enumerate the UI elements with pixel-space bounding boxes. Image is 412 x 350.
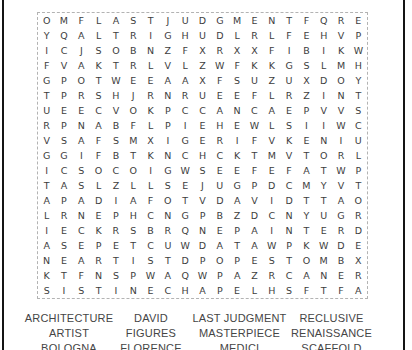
grid-cell-r10c3: I (73, 148, 90, 163)
grid-cell-r10c8: N (159, 148, 176, 163)
grid-cell-r4c3: A (73, 58, 90, 73)
grid-cell-r5c18: O (332, 73, 349, 88)
grid-cell-r4c14: K (263, 58, 280, 73)
grid-cell-r14c5: P (107, 208, 124, 223)
page-edge-line-right (403, 0, 405, 350)
grid-cell-r6c5: H (107, 88, 124, 103)
grid-cell-r3c15: I (280, 43, 297, 58)
grid-cell-r13c4: D (90, 193, 107, 208)
grid-cell-r17c13: E (246, 253, 263, 268)
grid-cell-r14c3: N (73, 208, 90, 223)
grid-cell-r3c4: S (90, 43, 107, 58)
grid-cell-r14c12: Z (228, 208, 245, 223)
grid-cell-r13c9: T (177, 193, 194, 208)
grid-cell-r13c5: I (107, 193, 124, 208)
grid-cell-r1c17: Q (315, 13, 332, 28)
grid-cell-r10c13: T (246, 148, 263, 163)
grid-cell-r7c18: V (332, 103, 349, 118)
grid-cell-r10c12: K (228, 148, 245, 163)
grid-cell-r1c3: F (73, 13, 90, 28)
grid-cell-r4c18: M (332, 58, 349, 73)
grid-cell-r8c14: L (263, 118, 280, 133)
grid-cell-r4c10: Z (194, 58, 211, 73)
grid-cell-r19c9: H (177, 283, 194, 298)
grid-cell-r11c17: T (315, 163, 332, 178)
word-medici: MEDICI (220, 341, 260, 350)
grid-cell-r12c4: L (90, 178, 107, 193)
grid-cell-r7c9: C (177, 103, 194, 118)
grid-cell-r12c3: S (73, 178, 90, 193)
grid-cell-r18c12: A (228, 268, 245, 283)
grid-cell-r8c8: P (159, 118, 176, 133)
grid-cell-r12c5: Z (107, 178, 124, 193)
grid-cell-r15c9: Q (177, 223, 194, 238)
grid-cell-r7c10: C (194, 103, 211, 118)
grid-cell-r5c17: D (315, 73, 332, 88)
grid-cell-r19c12: E (228, 283, 245, 298)
word-last-judgment: LAST JUDGMENT (192, 311, 286, 326)
word-david: DAVID (134, 311, 168, 326)
grid-cell-r14c8: N (159, 208, 176, 223)
grid-cell-r12c17: Y (315, 178, 332, 193)
grid-cell-r18c5: S (107, 268, 124, 283)
grid-cell-r8c10: E (194, 118, 211, 133)
grid-cell-r3c11: R (211, 43, 228, 58)
grid-cell-r16c18: D (332, 238, 349, 253)
grid-cell-r15c6: S (125, 223, 142, 238)
grid-cell-r1c14: N (263, 13, 280, 28)
grid-cell-r8c16: I (298, 118, 315, 133)
grid-cell-r7c5: V (107, 103, 124, 118)
grid-cell-r15c14: I (263, 223, 280, 238)
grid-cell-r7c8: P (159, 103, 176, 118)
word-masterpiece: MASTERPIECE (199, 326, 280, 341)
grid-cell-r18c16: A (298, 268, 315, 283)
grid-cell-r4c2: V (55, 58, 72, 73)
grid-cell-r2c2: Q (55, 28, 72, 43)
grid-cell-r12c18: V (332, 178, 349, 193)
grid-cell-r18c2: T (55, 268, 72, 283)
grid-cell-r15c10: N (194, 223, 211, 238)
grid-cell-r9c17: N (315, 133, 332, 148)
grid-cell-r16c16: K (298, 238, 315, 253)
grid-cell-r19c6: N (125, 283, 142, 298)
grid-cell-r4c6: R (125, 58, 142, 73)
grid-cell-r12c7: L (142, 178, 159, 193)
grid-cell-r16c8: U (159, 238, 176, 253)
grid-cell-r10c19: L (350, 148, 367, 163)
grid-cell-r1c7: T (142, 13, 159, 28)
grid-cell-r2c14: L (263, 28, 280, 43)
grid-cell-r14c6: H (125, 208, 142, 223)
word-list-column-2: DAVIDFIGURESFLORENCE (110, 311, 192, 350)
grid-cell-r4c15: G (280, 58, 297, 73)
grid-cell-r10c17: O (315, 148, 332, 163)
grid-cell-r18c9: Q (177, 268, 194, 283)
grid-cell-r17c14: S (263, 253, 280, 268)
grid-cell-r19c15: S (280, 283, 297, 298)
grid-cell-r13c16: T (298, 193, 315, 208)
grid-cell-r8c2: P (55, 118, 72, 133)
grid-cell-r11c16: A (298, 163, 315, 178)
grid-cell-r14c10: P (194, 208, 211, 223)
grid-cell-r16c3: E (73, 238, 90, 253)
grid-cell-r18c3: F (73, 268, 90, 283)
grid-cell-r6c2: P (55, 88, 72, 103)
grid-cell-r19c17: T (315, 283, 332, 298)
grid-cell-r6c14: L (263, 88, 280, 103)
grid-cell-r11c1: I (38, 163, 55, 178)
grid-cell-r18c7: W (142, 268, 159, 283)
grid-cell-r9c18: I (332, 133, 349, 148)
grid-cell-r3c8: Z (159, 43, 176, 58)
grid-cell-r16c6: T (125, 238, 142, 253)
grid-cell-r19c13: L (246, 283, 263, 298)
grid-cell-r16c13: A (246, 238, 263, 253)
grid-cell-r1c1: O (38, 13, 55, 28)
grid-cell-r17c11: O (211, 253, 228, 268)
grid-cell-r6c10: U (194, 88, 211, 103)
grid-cell-r9c3: A (73, 133, 90, 148)
grid-cell-r8c7: L (142, 118, 159, 133)
grid-cell-r12c2: A (55, 178, 72, 193)
grid-cell-r11c14: E (263, 163, 280, 178)
grid-cell-r5c1: G (38, 73, 55, 88)
grid-cell-r1c5: A (107, 13, 124, 28)
grid-cell-r9c4: F (90, 133, 107, 148)
grid-cell-r16c15: P (280, 238, 297, 253)
grid-cell-r15c18: R (332, 223, 349, 238)
grid-cell-r17c15: T (280, 253, 297, 268)
grid-cell-r10c15: V (280, 148, 297, 163)
grid-cell-r9c10: E (194, 133, 211, 148)
grid-cell-r18c14: R (263, 268, 280, 283)
grid-cell-r7c14: A (263, 103, 280, 118)
grid-cell-r4c19: H (350, 58, 367, 73)
grid-cell-r19c16: F (298, 283, 315, 298)
grid-cell-r11c3: S (73, 163, 90, 178)
grid-cell-r3c12: X (228, 43, 245, 58)
grid-cell-r8c18: W (332, 118, 349, 133)
grid-cell-r9c15: K (280, 133, 297, 148)
grid-cell-r19c7: E (142, 283, 159, 298)
grid-cell-r5c3: O (73, 73, 90, 88)
grid-cell-r17c12: P (228, 253, 245, 268)
grid-cell-r3c6: B (125, 43, 142, 58)
grid-cell-r8c1: R (38, 118, 55, 133)
grid-cell-r17c17: M (315, 253, 332, 268)
word-search-grid: OMFLASTJUDGMENTFQREYQALTRIGHUDLRLFEHVPIC… (37, 12, 368, 299)
grid-cell-r12c15: C (280, 178, 297, 193)
grid-cell-r13c3: A (73, 193, 90, 208)
grid-cell-r11c7: I (142, 163, 159, 178)
grid-cell-r11c5: C (107, 163, 124, 178)
grid-cell-r2c12: L (228, 28, 245, 43)
grid-cell-r1c10: D (194, 13, 211, 28)
grid-cell-r14c14: C (263, 208, 280, 223)
grid-cell-r18c6: P (125, 268, 142, 283)
word-artist: ARTIST (49, 326, 89, 341)
grid-cell-r16c4: P (90, 238, 107, 253)
grid-cell-r5c7: E (142, 73, 159, 88)
grid-cell-r12c6: L (125, 178, 142, 193)
grid-cell-r11c19: P (350, 163, 367, 178)
grid-cell-r8c4: A (90, 118, 107, 133)
grid-cell-r6c4: S (90, 88, 107, 103)
grid-cell-r12c1: T (38, 178, 55, 193)
grid-cell-r11c11: E (211, 163, 228, 178)
grid-cell-r16c2: S (55, 238, 72, 253)
grid-cell-r8c3: N (73, 118, 90, 133)
grid-cell-r2c17: H (315, 28, 332, 43)
grid-cell-r10c1: G (38, 148, 55, 163)
grid-cell-r17c4: R (90, 253, 107, 268)
grid-cell-r8c5: B (107, 118, 124, 133)
grid-cell-r19c4: T (90, 283, 107, 298)
grid-cell-r19c18: F (332, 283, 349, 298)
grid-cell-r19c10: A (194, 283, 211, 298)
grid-cell-r5c6: E (125, 73, 142, 88)
grid-cell-r14c7: C (142, 208, 159, 223)
grid-cell-r13c6: A (125, 193, 142, 208)
grid-cell-r17c10: P (194, 253, 211, 268)
grid-cell-r9c14: V (263, 133, 280, 148)
grid-cell-r8c12: E (228, 118, 245, 133)
grid-cell-r3c19: W (350, 43, 367, 58)
grid-cell-r9c7: X (142, 133, 159, 148)
word-bologna: BOLOGNA (41, 341, 97, 350)
grid-cell-r2c5: T (107, 28, 124, 43)
grid-cell-r3c17: I (315, 43, 332, 58)
grid-cell-r8c9: I (177, 118, 194, 133)
word-florence: FLORENCE (120, 341, 182, 350)
grid-cell-r9c5: S (107, 133, 124, 148)
grid-cell-r6c16: Z (298, 88, 315, 103)
grid-cell-r15c5: R (107, 223, 124, 238)
grid-cell-r7c17: V (315, 103, 332, 118)
grid-cell-r15c7: B (142, 223, 159, 238)
grid-cell-r16c7: C (142, 238, 159, 253)
grid-cell-r6c15: R (280, 88, 297, 103)
word-architecture: ARCHITECTURE (25, 311, 114, 326)
grid-cell-r1c12: M (228, 13, 245, 28)
grid-cell-r2c15: F (280, 28, 297, 43)
grid-cell-r17c3: A (73, 253, 90, 268)
grid-cell-r13c17: T (315, 193, 332, 208)
grid-cell-r3c10: X (194, 43, 211, 58)
grid-cell-r13c18: A (332, 193, 349, 208)
grid-cell-r11c12: E (228, 163, 245, 178)
grid-cell-r4c7: L (142, 58, 159, 73)
grid-cell-r8c17: I (315, 118, 332, 133)
grid-cell-r3c9: F (177, 43, 194, 58)
grid-cell-r12c11: U (211, 178, 228, 193)
grid-cell-r17c5: T (107, 253, 124, 268)
grid-cell-r17c9: D (177, 253, 194, 268)
grid-cell-r15c15: N (280, 223, 297, 238)
grid-cell-r10c7: K (142, 148, 159, 163)
grid-cell-r6c3: R (73, 88, 90, 103)
grid-cell-r13c13: V (246, 193, 263, 208)
grid-cell-r7c13: C (246, 103, 263, 118)
grid-cell-r18c8: A (159, 268, 176, 283)
grid-cell-r19c2: I (55, 283, 72, 298)
grid-cell-r18c17: N (315, 268, 332, 283)
grid-cell-r17c7: S (142, 253, 159, 268)
grid-cell-r5c4: T (90, 73, 107, 88)
grid-cell-r8c13: W (246, 118, 263, 133)
grid-cell-r3c18: K (332, 43, 349, 58)
grid-cell-r10c10: H (194, 148, 211, 163)
grid-cell-r2c7: I (142, 28, 159, 43)
grid-cell-r1c19: E (350, 13, 367, 28)
grid-cell-r4c4: K (90, 58, 107, 73)
word-renaissance: RENAISSANCE (291, 326, 372, 341)
grid-cell-r18c10: W (194, 268, 211, 283)
grid-cell-r5c12: S (228, 73, 245, 88)
grid-cell-r4c9: L (177, 58, 194, 73)
grid-cell-r10c18: R (332, 148, 349, 163)
grid-cell-r17c2: E (55, 253, 72, 268)
grid-cell-r5c10: X (194, 73, 211, 88)
grid-cell-r15c3: C (73, 223, 90, 238)
grid-cell-r3c16: B (298, 43, 315, 58)
grid-cell-r10c2: G (55, 148, 72, 163)
grid-cell-r6c7: R (142, 88, 159, 103)
grid-cell-r10c9: C (177, 148, 194, 163)
grid-cell-r11c9: W (177, 163, 194, 178)
grid-cell-r15c8: R (159, 223, 176, 238)
grid-cell-r7c3: E (73, 103, 90, 118)
grid-cell-r6c18: N (332, 88, 349, 103)
grid-cell-r9c8: I (159, 133, 176, 148)
grid-cell-r16c1: A (38, 238, 55, 253)
grid-cell-r6c6: J (125, 88, 142, 103)
grid-cell-r5c16: X (298, 73, 315, 88)
grid-cell-r6c11: E (211, 88, 228, 103)
grid-cell-r14c1: L (38, 208, 55, 223)
grid-cell-r14c2: R (55, 208, 72, 223)
grid-cell-r14c11: B (211, 208, 228, 223)
word-scaffold: SCAFFOLD (301, 341, 361, 350)
grid-cell-r8c11: H (211, 118, 228, 133)
grid-cell-r11c8: G (159, 163, 176, 178)
grid-cell-r2c8: G (159, 28, 176, 43)
grid-cell-r5c19: Y (350, 73, 367, 88)
grid-cell-r4c12: F (228, 58, 245, 73)
grid-cell-r17c6: I (125, 253, 142, 268)
grid-cell-r9c6: M (125, 133, 142, 148)
grid-cell-r12c19: T (350, 178, 367, 193)
grid-cell-r2c13: R (246, 28, 263, 43)
grid-cell-r1c15: T (280, 13, 297, 28)
grid-cell-r15c17: E (315, 223, 332, 238)
grid-cell-r9c16: E (298, 133, 315, 148)
grid-cell-r18c19: R (350, 268, 367, 283)
grid-cell-r9c9: G (177, 133, 194, 148)
grid-cell-r9c12: I (228, 133, 245, 148)
grid-cell-r11c15: F (280, 163, 297, 178)
grid-cell-r1c6: S (125, 13, 142, 28)
grid-cell-r4c17: L (315, 58, 332, 73)
grid-cell-r1c8: J (159, 13, 176, 28)
grid-cell-r7c12: N (228, 103, 245, 118)
grid-cell-r11c18: W (332, 163, 349, 178)
grid-cell-r7c4: C (90, 103, 107, 118)
grid-cell-r6c1: T (38, 88, 55, 103)
grid-cell-r16c5: E (107, 238, 124, 253)
grid-cell-r2c1: Y (38, 28, 55, 43)
word-reclusive: RECLUSIVE (299, 311, 363, 326)
grid-cell-r5c8: A (159, 73, 176, 88)
grid-cell-r18c1: K (38, 268, 55, 283)
grid-cell-r6c19: T (350, 88, 367, 103)
word-list-column-3: LAST JUDGMENTMASTERPIECEMEDICI (192, 311, 287, 350)
grid-cell-r11c6: O (125, 163, 142, 178)
grid-cell-r7c7: K (142, 103, 159, 118)
grid-cell-r7c15: E (280, 103, 297, 118)
grid-cell-r12c9: E (177, 178, 194, 193)
grid-cell-r14c16: Y (298, 208, 315, 223)
grid-cell-r12c13: P (246, 178, 263, 193)
grid-cell-r13c10: V (194, 193, 211, 208)
grid-cell-r17c16: O (298, 253, 315, 268)
word-list-column-4: RECLUSIVERENAISSANCESCAFFOLD (287, 311, 376, 350)
grid-cell-r4c16: S (298, 58, 315, 73)
grid-cell-r18c15: C (280, 268, 297, 283)
grid-cell-r13c12: A (228, 193, 245, 208)
grid-cell-r2c9: H (177, 28, 194, 43)
grid-cell-r16c14: W (263, 238, 280, 253)
grid-cell-r2c6: R (125, 28, 142, 43)
grid-cell-r8c19: C (350, 118, 367, 133)
grid-cell-r16c10: D (194, 238, 211, 253)
grid-cell-r16c11: A (211, 238, 228, 253)
grid-cell-r15c12: P (228, 223, 245, 238)
grid-cell-r5c2: P (55, 73, 72, 88)
grid-cell-r19c3: S (73, 283, 90, 298)
grid-cell-r18c13: Z (246, 268, 263, 283)
grid-cell-r13c2: P (55, 193, 72, 208)
grid-cell-r16c12: T (228, 238, 245, 253)
grid-cell-r3c7: N (142, 43, 159, 58)
grid-cell-r10c16: T (298, 148, 315, 163)
grid-cell-r7c19: S (350, 103, 367, 118)
grid-cell-r6c17: I (315, 88, 332, 103)
grid-cell-r12c14: D (263, 178, 280, 193)
grid-cell-r11c10: S (194, 163, 211, 178)
word-figures: FIGURES (126, 326, 176, 341)
grid-cell-r15c1: I (38, 223, 55, 238)
grid-cell-r16c19: E (350, 238, 367, 253)
grid-cell-r13c1: A (38, 193, 55, 208)
grid-cell-r6c13: F (246, 88, 263, 103)
grid-cell-r8c6: F (125, 118, 142, 133)
grid-cell-r12c10: J (194, 178, 211, 193)
grid-cell-r12c8: S (159, 178, 176, 193)
grid-cell-r13c7: F (142, 193, 159, 208)
grid-cell-r6c12: E (228, 88, 245, 103)
grid-cell-r17c18: B (332, 253, 349, 268)
grid-cell-r6c9: R (177, 88, 194, 103)
grid-cell-r18c11: P (211, 268, 228, 283)
grid-cell-r17c1: N (38, 253, 55, 268)
grid-cell-r9c11: R (211, 133, 228, 148)
grid-cell-r2c19: P (350, 28, 367, 43)
grid-cell-r2c16: E (298, 28, 315, 43)
grid-cell-r13c11: D (211, 193, 228, 208)
grid-cell-r12c16: M (298, 178, 315, 193)
